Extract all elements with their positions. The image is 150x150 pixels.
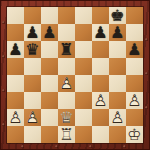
frame-screw-dot — [145, 106, 148, 109]
square-e4[interactable] — [75, 75, 92, 92]
piece-black-pawn[interactable]: ♟ — [7, 41, 24, 58]
square-e5[interactable] — [75, 58, 92, 75]
square-g3[interactable] — [109, 92, 126, 109]
square-a3[interactable] — [7, 92, 24, 109]
square-a1[interactable] — [7, 126, 24, 143]
square-g4[interactable] — [109, 75, 126, 92]
square-d2[interactable]: ♛♕ — [58, 109, 75, 126]
square-c2[interactable] — [41, 109, 58, 126]
piece-black-pawn[interactable]: ♟ — [126, 41, 143, 58]
square-e2[interactable] — [75, 109, 92, 126]
square-e7[interactable] — [75, 24, 92, 41]
piece-white-king[interactable]: ♚♔ — [126, 126, 143, 143]
square-c8[interactable] — [41, 7, 58, 24]
square-d7[interactable] — [58, 24, 75, 41]
frame-screw-dot — [55, 145, 58, 148]
white-pawn-outline-glyph: ♙ — [92, 92, 109, 109]
chess-board: ♚♟♟♟♟♟♛♜♟♟♙♟♙♟♙♟♙♟♙♛♕♟♙♜♖♚♔ — [7, 7, 143, 143]
square-b1[interactable] — [24, 126, 41, 143]
black-king-glyph: ♚ — [109, 7, 126, 24]
square-h4[interactable] — [126, 75, 143, 92]
square-f8[interactable] — [92, 7, 109, 24]
square-f4[interactable] — [92, 75, 109, 92]
piece-white-pawn[interactable]: ♟♙ — [58, 75, 75, 92]
frame-screw-dot — [2, 21, 5, 24]
square-e8[interactable] — [75, 7, 92, 24]
square-b3[interactable] — [24, 92, 41, 109]
piece-black-king[interactable]: ♚ — [109, 7, 126, 24]
square-d3[interactable] — [58, 92, 75, 109]
piece-black-pawn[interactable]: ♟ — [109, 24, 126, 41]
square-h6[interactable]: ♟ — [126, 41, 143, 58]
black-pawn-glyph: ♟ — [24, 24, 41, 41]
square-g5[interactable] — [109, 58, 126, 75]
square-h7[interactable] — [126, 24, 143, 41]
square-a6[interactable]: ♟ — [7, 41, 24, 58]
square-e3[interactable] — [75, 92, 92, 109]
square-b4[interactable] — [24, 75, 41, 92]
piece-black-pawn[interactable]: ♟ — [92, 24, 109, 41]
square-g6[interactable] — [109, 41, 126, 58]
chessboard-screenshot: ♚♟♟♟♟♟♛♜♟♟♙♟♙♟♙♟♙♟♙♛♕♟♙♜♖♚♔ — [0, 0, 150, 150]
frame-screw-dot — [123, 145, 126, 148]
square-g8[interactable]: ♚ — [109, 7, 126, 24]
frame-screw-dot — [2, 89, 5, 92]
square-a2[interactable]: ♟♙ — [7, 109, 24, 126]
square-d6[interactable]: ♜ — [58, 41, 75, 58]
square-h8[interactable] — [126, 7, 143, 24]
square-d8[interactable] — [58, 7, 75, 24]
white-pawn-outline-glyph: ♙ — [126, 92, 143, 109]
square-g7[interactable]: ♟ — [109, 24, 126, 41]
square-h5[interactable] — [126, 58, 143, 75]
piece-white-pawn[interactable]: ♟♙ — [92, 92, 109, 109]
frame-screw-dot — [145, 72, 148, 75]
white-rook-outline-glyph: ♖ — [58, 126, 75, 143]
square-f3[interactable]: ♟♙ — [92, 92, 109, 109]
square-c6[interactable] — [41, 41, 58, 58]
square-a4[interactable] — [7, 75, 24, 92]
white-queen-outline-glyph: ♕ — [58, 109, 75, 126]
square-g2[interactable]: ♟♙ — [109, 109, 126, 126]
square-c5[interactable] — [41, 58, 58, 75]
square-h1[interactable]: ♚♔ — [126, 126, 143, 143]
white-pawn-outline-glyph: ♙ — [7, 109, 24, 126]
piece-black-pawn[interactable]: ♟ — [41, 24, 58, 41]
frame-screw-dot — [89, 145, 92, 148]
piece-white-pawn[interactable]: ♟♙ — [24, 109, 41, 126]
piece-white-pawn[interactable]: ♟♙ — [109, 109, 126, 126]
square-f1[interactable] — [92, 126, 109, 143]
piece-black-rook[interactable]: ♜ — [58, 41, 75, 58]
white-pawn-outline-glyph: ♙ — [109, 109, 126, 126]
square-a5[interactable] — [7, 58, 24, 75]
frame-screw-dot — [145, 38, 148, 41]
black-pawn-glyph: ♟ — [109, 24, 126, 41]
piece-white-rook[interactable]: ♜♖ — [58, 126, 75, 143]
square-f2[interactable] — [92, 109, 109, 126]
white-pawn-outline-glyph: ♙ — [24, 109, 41, 126]
piece-white-pawn[interactable]: ♟♙ — [7, 109, 24, 126]
black-queen-glyph: ♛ — [24, 41, 41, 58]
white-pawn-outline-glyph: ♙ — [58, 75, 75, 92]
square-d1[interactable]: ♜♖ — [58, 126, 75, 143]
square-b7[interactable]: ♟ — [24, 24, 41, 41]
piece-white-queen[interactable]: ♛♕ — [58, 109, 75, 126]
black-pawn-glyph: ♟ — [41, 24, 58, 41]
square-b5[interactable] — [24, 58, 41, 75]
square-c3[interactable] — [41, 92, 58, 109]
frame-screw-dot — [2, 55, 5, 58]
frame-screw-dot — [2, 123, 5, 126]
black-pawn-glyph: ♟ — [92, 24, 109, 41]
black-rook-glyph: ♜ — [58, 41, 75, 58]
piece-black-queen[interactable]: ♛ — [24, 41, 41, 58]
square-h3[interactable]: ♟♙ — [126, 92, 143, 109]
frame-screw-dot — [21, 145, 24, 148]
black-pawn-glyph: ♟ — [126, 41, 143, 58]
square-b2[interactable]: ♟♙ — [24, 109, 41, 126]
square-f6[interactable] — [92, 41, 109, 58]
piece-white-pawn[interactable]: ♟♙ — [126, 92, 143, 109]
square-d5[interactable] — [58, 58, 75, 75]
square-c1[interactable] — [41, 126, 58, 143]
white-king-outline-glyph: ♔ — [126, 126, 143, 143]
square-e6[interactable] — [75, 41, 92, 58]
square-b8[interactable] — [24, 7, 41, 24]
square-a8[interactable] — [7, 7, 24, 24]
square-a7[interactable] — [7, 24, 24, 41]
square-e1[interactable] — [75, 126, 92, 143]
square-h2[interactable] — [126, 109, 143, 126]
square-g1[interactable] — [109, 126, 126, 143]
square-f5[interactable] — [92, 58, 109, 75]
square-c4[interactable] — [41, 75, 58, 92]
square-c7[interactable]: ♟ — [41, 24, 58, 41]
black-pawn-glyph: ♟ — [7, 41, 24, 58]
square-f7[interactable]: ♟ — [92, 24, 109, 41]
piece-black-pawn[interactable]: ♟ — [24, 24, 41, 41]
square-b6[interactable]: ♛ — [24, 41, 41, 58]
square-d4[interactable]: ♟♙ — [58, 75, 75, 92]
